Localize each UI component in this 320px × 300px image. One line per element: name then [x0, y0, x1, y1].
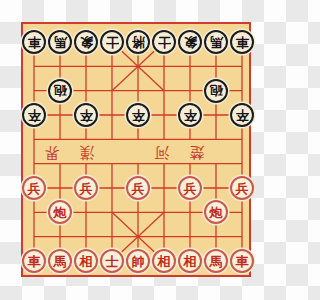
piece-black-卒[interactable]: 卒 [126, 103, 150, 127]
river-text-char: 界 [45, 144, 60, 159]
board-grid-lines [23, 24, 253, 279]
piece-glyph: 卒 [132, 109, 145, 122]
piece-glyph: 兵 [80, 182, 93, 195]
piece-glyph: 帥 [132, 255, 145, 268]
piece-red-兵[interactable]: 兵 [230, 176, 254, 200]
piece-red-相[interactable]: 相 [74, 249, 98, 273]
river-text-char: 楚 [190, 144, 205, 159]
piece-glyph: 馬 [210, 36, 223, 49]
piece-glyph: 炮 [210, 206, 223, 219]
piece-glyph: 卒 [184, 109, 197, 122]
piece-red-炮[interactable]: 炮 [204, 200, 228, 224]
piece-black-馬[interactable]: 馬 [204, 30, 228, 54]
piece-glyph: 車 [28, 36, 41, 49]
piece-glyph: 砲 [210, 84, 223, 97]
piece-glyph: 將 [132, 36, 145, 49]
piece-glyph: 相 [80, 255, 93, 268]
piece-glyph: 士 [106, 255, 119, 268]
piece-red-兵[interactable]: 兵 [178, 176, 202, 200]
piece-glyph: 相 [184, 255, 197, 268]
piece-black-卒[interactable]: 卒 [230, 103, 254, 127]
piece-glyph: 車 [236, 36, 249, 49]
piece-red-炮[interactable]: 炮 [48, 200, 72, 224]
piece-glyph: 相 [158, 255, 171, 268]
piece-red-士[interactable]: 士 [100, 249, 124, 273]
piece-black-象[interactable]: 象 [178, 30, 202, 54]
river-text-char: 河 [155, 144, 170, 159]
piece-black-卒[interactable]: 卒 [22, 103, 46, 127]
piece-red-馬[interactable]: 馬 [204, 249, 228, 273]
piece-glyph: 士 [106, 36, 119, 49]
piece-glyph: 士 [158, 36, 171, 49]
piece-red-相[interactable]: 相 [178, 249, 202, 273]
piece-red-車[interactable]: 車 [230, 249, 254, 273]
piece-red-兵[interactable]: 兵 [74, 176, 98, 200]
piece-glyph: 車 [236, 255, 249, 268]
xiangqi-board[interactable]: 界 漢 河 楚 車馬象士將士象馬車砲砲卒卒卒卒卒兵兵兵兵兵炮炮車馬相士帥相相馬車 [21, 22, 251, 277]
piece-glyph: 象 [184, 36, 197, 49]
transparent-checker-canvas: { "game": "xiangqi", "position": "rnbaka… [0, 0, 267, 300]
piece-glyph: 象 [80, 36, 93, 49]
piece-red-相[interactable]: 相 [152, 249, 176, 273]
piece-red-車[interactable]: 車 [22, 249, 46, 273]
piece-glyph: 兵 [236, 182, 249, 195]
piece-glyph: 兵 [184, 182, 197, 195]
piece-glyph: 卒 [236, 109, 249, 122]
piece-black-士[interactable]: 士 [152, 30, 176, 54]
piece-red-帥[interactable]: 帥 [126, 249, 150, 273]
piece-red-兵[interactable]: 兵 [22, 176, 46, 200]
piece-glyph: 車 [28, 255, 41, 268]
piece-black-車[interactable]: 車 [22, 30, 46, 54]
piece-black-象[interactable]: 象 [74, 30, 98, 54]
piece-glyph: 馬 [210, 255, 223, 268]
piece-glyph: 兵 [132, 182, 145, 195]
piece-black-卒[interactable]: 卒 [74, 103, 98, 127]
piece-red-馬[interactable]: 馬 [48, 249, 72, 273]
piece-black-將[interactable]: 將 [126, 30, 150, 54]
piece-glyph: 馬 [54, 255, 67, 268]
river-text-char: 漢 [80, 144, 95, 159]
piece-black-馬[interactable]: 馬 [48, 30, 72, 54]
piece-glyph: 炮 [54, 206, 67, 219]
piece-glyph: 馬 [54, 36, 67, 49]
piece-red-兵[interactable]: 兵 [126, 176, 150, 200]
piece-black-砲[interactable]: 砲 [204, 79, 228, 103]
piece-black-車[interactable]: 車 [230, 30, 254, 54]
piece-glyph: 卒 [80, 109, 93, 122]
piece-black-士[interactable]: 士 [100, 30, 124, 54]
piece-glyph: 卒 [28, 109, 41, 122]
piece-black-卒[interactable]: 卒 [178, 103, 202, 127]
piece-black-砲[interactable]: 砲 [48, 79, 72, 103]
piece-glyph: 砲 [54, 84, 67, 97]
piece-glyph: 兵 [28, 182, 41, 195]
